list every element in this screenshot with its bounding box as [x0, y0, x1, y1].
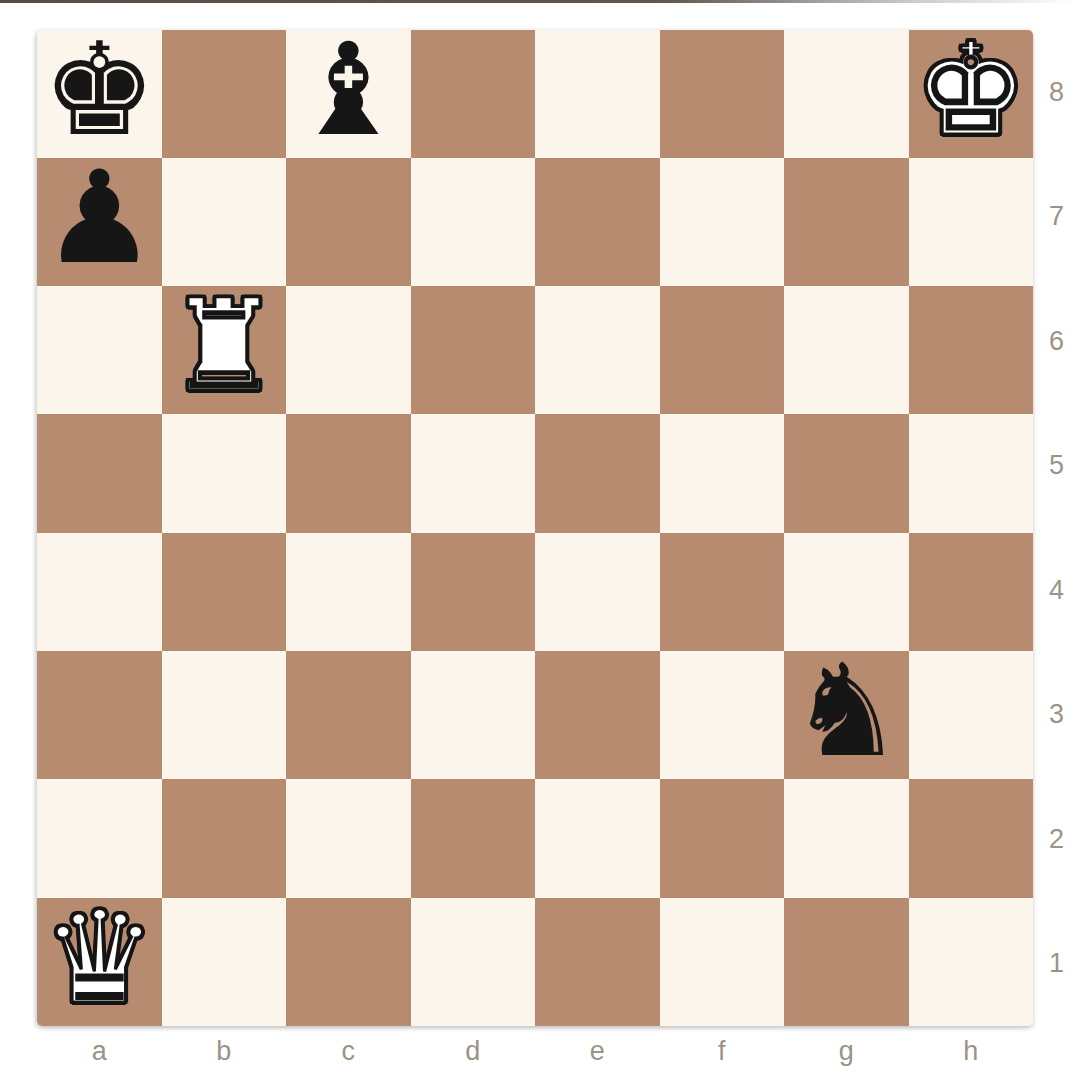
- square-h8[interactable]: ♚: [909, 30, 1034, 158]
- square-b4[interactable]: [162, 533, 287, 652]
- square-d7[interactable]: [411, 158, 536, 286]
- square-c5[interactable]: [286, 414, 411, 533]
- square-g5[interactable]: [784, 414, 909, 533]
- rank-labels: 87654321: [1037, 30, 1076, 1026]
- square-a1[interactable]: ♛: [37, 898, 162, 1026]
- square-e5[interactable]: [535, 414, 660, 533]
- square-g8[interactable]: [784, 30, 909, 158]
- square-b2[interactable]: [162, 779, 287, 898]
- piece-black-pawn[interactable]: ♟: [42, 154, 157, 282]
- square-e6[interactable]: [535, 286, 660, 414]
- square-a3[interactable]: [37, 651, 162, 779]
- square-c6[interactable]: [286, 286, 411, 414]
- square-a5[interactable]: [37, 414, 162, 533]
- square-e4[interactable]: [535, 533, 660, 652]
- square-f3[interactable]: [660, 651, 785, 779]
- square-d2[interactable]: [411, 779, 536, 898]
- square-b6[interactable]: ♜: [162, 286, 287, 414]
- square-g3[interactable]: ♞: [784, 651, 909, 779]
- square-c3[interactable]: [286, 651, 411, 779]
- square-d6[interactable]: [411, 286, 536, 414]
- square-g1[interactable]: [784, 898, 909, 1026]
- piece-white-king[interactable]: ♚: [913, 30, 1028, 154]
- square-h6[interactable]: [909, 286, 1034, 414]
- square-f1[interactable]: [660, 898, 785, 1026]
- square-e1[interactable]: [535, 898, 660, 1026]
- square-g6[interactable]: [784, 286, 909, 414]
- file-label-e: e: [535, 1026, 660, 1076]
- top-edge-line: [0, 0, 1076, 3]
- file-label-h: h: [909, 1026, 1034, 1076]
- piece-white-rook[interactable]: ♜: [166, 282, 281, 410]
- square-a4[interactable]: [37, 533, 162, 652]
- square-f2[interactable]: [660, 779, 785, 898]
- square-c7[interactable]: [286, 158, 411, 286]
- rank-label-8: 8: [1037, 30, 1076, 155]
- square-d4[interactable]: [411, 533, 536, 652]
- file-label-d: d: [411, 1026, 536, 1076]
- square-d8[interactable]: [411, 30, 536, 158]
- square-c2[interactable]: [286, 779, 411, 898]
- square-g2[interactable]: [784, 779, 909, 898]
- square-a7[interactable]: ♟: [37, 158, 162, 286]
- square-h1[interactable]: [909, 898, 1034, 1026]
- file-label-c: c: [286, 1026, 411, 1076]
- square-a8[interactable]: ♚: [37, 30, 162, 158]
- piece-black-knight[interactable]: ♞: [789, 647, 904, 775]
- rank-label-3: 3: [1037, 653, 1076, 778]
- piece-white-queen[interactable]: ♛: [42, 894, 157, 1022]
- square-c8[interactable]: ♝: [286, 30, 411, 158]
- file-label-f: f: [660, 1026, 785, 1076]
- square-a6[interactable]: [37, 286, 162, 414]
- board-grid: ♚♝♚♟♜♞♛: [37, 30, 1033, 1026]
- rank-label-5: 5: [1037, 404, 1076, 529]
- square-f8[interactable]: [660, 30, 785, 158]
- square-b1[interactable]: [162, 898, 287, 1026]
- square-f5[interactable]: [660, 414, 785, 533]
- square-b5[interactable]: [162, 414, 287, 533]
- square-h7[interactable]: [909, 158, 1034, 286]
- square-d5[interactable]: [411, 414, 536, 533]
- square-c4[interactable]: [286, 533, 411, 652]
- square-f4[interactable]: [660, 533, 785, 652]
- square-d3[interactable]: [411, 651, 536, 779]
- chess-board: ♚♝♚♟♜♞♛: [37, 30, 1033, 1026]
- rank-label-6: 6: [1037, 279, 1076, 404]
- file-label-b: b: [162, 1026, 287, 1076]
- square-e7[interactable]: [535, 158, 660, 286]
- square-h2[interactable]: [909, 779, 1034, 898]
- square-a2[interactable]: [37, 779, 162, 898]
- rank-label-4: 4: [1037, 528, 1076, 653]
- square-e2[interactable]: [535, 779, 660, 898]
- file-label-g: g: [784, 1026, 909, 1076]
- square-b8[interactable]: [162, 30, 287, 158]
- square-d1[interactable]: [411, 898, 536, 1026]
- square-h4[interactable]: [909, 533, 1034, 652]
- piece-black-king[interactable]: ♚: [42, 30, 157, 154]
- file-label-a: a: [37, 1026, 162, 1076]
- square-b3[interactable]: [162, 651, 287, 779]
- square-e3[interactable]: [535, 651, 660, 779]
- square-f6[interactable]: [660, 286, 785, 414]
- piece-black-bishop[interactable]: ♝: [291, 30, 406, 154]
- square-h3[interactable]: [909, 651, 1034, 779]
- square-g4[interactable]: [784, 533, 909, 652]
- page: ♚♝♚♟♜♞♛ 87654321 abcdefgh: [0, 0, 1076, 1076]
- rank-label-1: 1: [1037, 902, 1076, 1027]
- rank-label-7: 7: [1037, 155, 1076, 280]
- rank-label-2: 2: [1037, 777, 1076, 902]
- square-g7[interactable]: [784, 158, 909, 286]
- square-c1[interactable]: [286, 898, 411, 1026]
- square-b7[interactable]: [162, 158, 287, 286]
- square-h5[interactable]: [909, 414, 1034, 533]
- square-f7[interactable]: [660, 158, 785, 286]
- file-labels: abcdefgh: [37, 1026, 1033, 1076]
- square-e8[interactable]: [535, 30, 660, 158]
